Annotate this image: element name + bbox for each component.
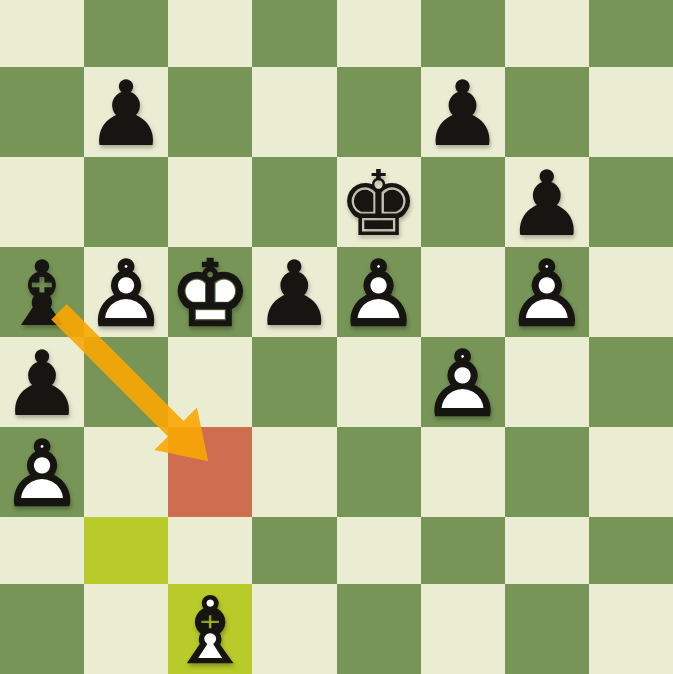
square-a6[interactable] [0,157,84,247]
black-pawn-glyph: ♟ [254,249,335,339]
square-d5[interactable]: ♟ [252,247,336,337]
square-c6[interactable] [168,157,252,247]
square-a2[interactable] [0,517,84,584]
square-e4[interactable] [337,337,421,427]
white-pawn[interactable]: ♟♙ [421,337,505,427]
black-pawn-glyph: ♟ [86,69,167,159]
black-king[interactable]: ♚ [337,157,421,247]
white-bishop[interactable]: ♝♗ [168,584,252,674]
square-f8[interactable] [421,0,505,67]
white-pawn[interactable]: ♟♙ [0,427,84,517]
square-b1[interactable] [84,584,168,674]
square-c7[interactable] [168,67,252,157]
black-pawn[interactable]: ♟ [252,247,336,337]
square-b4[interactable] [84,337,168,427]
square-a4[interactable]: ♟ [0,337,84,427]
black-pawn[interactable]: ♟ [84,67,168,157]
square-f1[interactable] [421,584,505,674]
square-a8[interactable] [0,0,84,67]
square-c5[interactable]: ♚♔ [168,247,252,337]
square-e2[interactable] [337,517,421,584]
square-c2[interactable] [168,517,252,584]
square-a3[interactable]: ♟♙ [0,427,84,517]
square-g5[interactable]: ♟♙ [505,247,589,337]
square-a5[interactable]: ♝ [0,247,84,337]
square-b3[interactable] [84,427,168,517]
square-h7[interactable] [589,67,673,157]
square-d7[interactable] [252,67,336,157]
square-e6[interactable]: ♚ [337,157,421,247]
white-pawn-outline-glyph: ♙ [86,249,167,339]
black-bishop[interactable]: ♝ [0,247,84,337]
square-e8[interactable] [337,0,421,67]
square-h5[interactable] [589,247,673,337]
white-pawn[interactable]: ♟♙ [337,247,421,337]
white-bishop-outline-glyph: ♗ [170,586,251,674]
square-a1[interactable] [0,584,84,674]
square-e1[interactable] [337,584,421,674]
square-f2[interactable] [421,517,505,584]
white-king-outline-glyph: ♔ [170,249,251,339]
square-g6[interactable]: ♟ [505,157,589,247]
square-h4[interactable] [589,337,673,427]
square-b7[interactable]: ♟ [84,67,168,157]
square-g4[interactable] [505,337,589,427]
square-d1[interactable] [252,584,336,674]
chess-board: ♟♟♚♟♝♟♙♚♔♟♟♙♟♙♟♟♙♟♙♝♗ [0,0,673,674]
square-f5[interactable] [421,247,505,337]
square-b8[interactable] [84,0,168,67]
square-h3[interactable] [589,427,673,517]
white-pawn-outline-glyph: ♙ [506,249,587,339]
black-pawn-glyph: ♟ [506,159,587,249]
square-b5[interactable]: ♟♙ [84,247,168,337]
white-pawn-outline-glyph: ♙ [422,339,503,429]
square-c4[interactable] [168,337,252,427]
square-a7[interactable] [0,67,84,157]
square-f4[interactable]: ♟♙ [421,337,505,427]
square-f3[interactable] [421,427,505,517]
square-g7[interactable] [505,67,589,157]
square-d6[interactable] [252,157,336,247]
black-pawn[interactable]: ♟ [0,337,84,427]
square-c3[interactable] [168,427,252,517]
black-pawn-glyph: ♟ [2,339,83,429]
square-d3[interactable] [252,427,336,517]
square-b6[interactable] [84,157,168,247]
square-e7[interactable] [337,67,421,157]
white-pawn-outline-glyph: ♙ [2,429,83,519]
black-bishop-glyph: ♝ [2,249,83,339]
square-f6[interactable] [421,157,505,247]
black-pawn[interactable]: ♟ [421,67,505,157]
square-h1[interactable] [589,584,673,674]
square-g2[interactable] [505,517,589,584]
square-f7[interactable]: ♟ [421,67,505,157]
square-b2[interactable] [84,517,168,584]
square-g3[interactable] [505,427,589,517]
white-king[interactable]: ♚♔ [168,247,252,337]
white-pawn[interactable]: ♟♙ [84,247,168,337]
black-pawn[interactable]: ♟ [505,157,589,247]
white-pawn[interactable]: ♟♙ [505,247,589,337]
white-pawn-outline-glyph: ♙ [338,249,419,339]
square-g1[interactable] [505,584,589,674]
black-king-glyph: ♚ [338,159,419,249]
square-g8[interactable] [505,0,589,67]
square-c1[interactable]: ♝♗ [168,584,252,674]
square-h6[interactable] [589,157,673,247]
square-h2[interactable] [589,517,673,584]
square-e3[interactable] [337,427,421,517]
square-h8[interactable] [589,0,673,67]
square-e5[interactable]: ♟♙ [337,247,421,337]
black-pawn-glyph: ♟ [422,69,503,159]
square-d8[interactable] [252,0,336,67]
chess-board-container: ♟♟♚♟♝♟♙♚♔♟♟♙♟♙♟♟♙♟♙♝♗ [0,0,673,674]
square-d2[interactable] [252,517,336,584]
square-d4[interactable] [252,337,336,427]
square-c8[interactable] [168,0,252,67]
